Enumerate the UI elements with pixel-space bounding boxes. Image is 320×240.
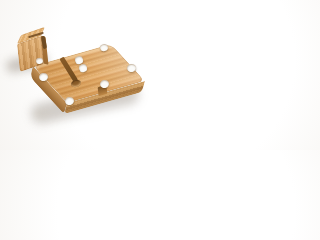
- scene: [0, 0, 150, 150]
